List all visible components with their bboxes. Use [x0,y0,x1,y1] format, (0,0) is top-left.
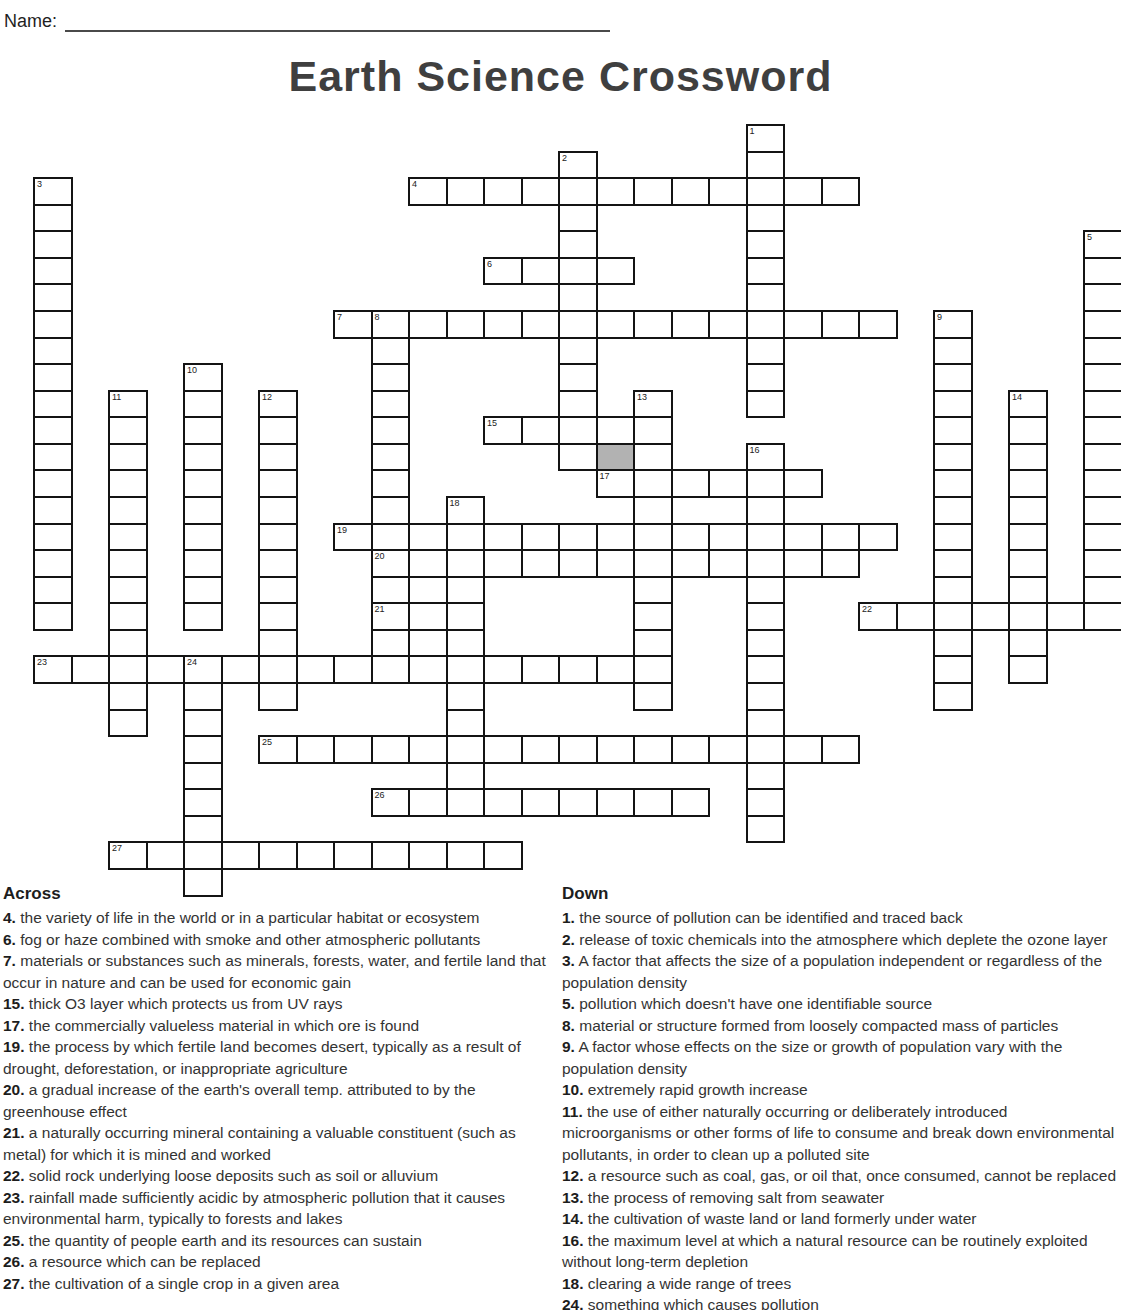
crossword-cell[interactable]: 21 [371,602,411,631]
crossword-cell[interactable] [746,523,786,552]
crossword-cell[interactable] [746,310,786,339]
crossword-cell[interactable] [821,735,861,764]
crossword-cell[interactable] [183,815,223,844]
crossword-cell[interactable] [146,655,186,684]
crossword-cell[interactable] [858,523,898,552]
crossword-cell[interactable] [108,682,148,711]
crossword-cell[interactable] [558,655,598,684]
crossword-cell[interactable]: 2 [558,151,598,180]
crossword-cell[interactable] [708,523,748,552]
crossword-cell[interactable] [596,416,636,445]
crossword-cell[interactable] [1008,523,1048,552]
crossword-cell[interactable] [1083,443,1121,472]
crossword-cell[interactable] [633,310,673,339]
crossword-cell[interactable] [521,788,561,817]
crossword-cell[interactable] [521,177,561,206]
cell-number: 11 [112,392,121,402]
crossword-cell[interactable] [33,576,73,605]
crossword-cell[interactable] [671,469,711,498]
crossword-cell[interactable] [633,602,673,631]
crossword-cell[interactable]: 14 [1008,390,1048,419]
crossword-cell[interactable]: 27 [108,841,148,870]
crossword-cell[interactable] [821,523,861,552]
crossword-cell[interactable] [446,310,486,339]
crossword-cell[interactable] [858,310,898,339]
crossword-cell[interactable] [258,416,298,445]
crossword-cell[interactable] [446,841,486,870]
crossword-cell[interactable]: 13 [633,390,673,419]
crossword-cell[interactable] [521,655,561,684]
crossword-cell[interactable] [746,602,786,631]
crossword-cell[interactable] [1083,496,1121,525]
crossword-cell[interactable] [183,443,223,472]
crossword-cell[interactable] [371,655,411,684]
crossword-cell[interactable] [446,709,486,738]
crossword-cell[interactable] [408,841,448,870]
crossword-cell[interactable] [183,416,223,445]
crossword-cell[interactable]: 16 [746,443,786,472]
crossword-cell[interactable] [558,788,598,817]
across-clue-7: 7. materials or substances such as miner… [3,950,560,993]
crossword-cell[interactable] [558,363,598,392]
crossword-cell[interactable] [1008,576,1048,605]
crossword-cell[interactable] [933,549,973,578]
crossword-cell[interactable] [33,337,73,366]
crossword-cell[interactable] [746,496,786,525]
cell-number: 7 [337,312,342,322]
crossword-cell[interactable] [333,655,373,684]
crossword-cell[interactable] [33,363,73,392]
crossword-cell[interactable] [183,735,223,764]
crossword-cell[interactable] [633,549,673,578]
crossword-cell[interactable] [558,523,598,552]
crossword-cell[interactable] [408,788,448,817]
cell-number: 20 [375,551,385,561]
crossword-cell[interactable] [933,655,973,684]
crossword-cell[interactable]: 1 [746,124,786,153]
crossword-cell[interactable] [746,629,786,658]
crossword-cell[interactable] [483,841,523,870]
crossword-cell[interactable] [746,576,786,605]
crossword-cell[interactable] [558,443,598,472]
crossword-cell[interactable] [33,283,73,312]
crossword-cell[interactable] [633,682,673,711]
crossword-cell[interactable] [483,177,523,206]
across-clue-27: 27. the cultivation of a single crop in … [3,1273,560,1295]
crossword-cell[interactable] [933,416,973,445]
crossword-cell[interactable] [371,469,411,498]
crossword-cell[interactable] [746,469,786,498]
crossword-cell[interactable] [596,257,636,286]
crossword-cell[interactable] [633,735,673,764]
crossword-cell[interactable] [1008,629,1048,658]
crossword-cell[interactable] [371,337,411,366]
crossword-cell[interactable] [558,549,598,578]
crossword-cell[interactable] [521,549,561,578]
crossword-cell[interactable] [446,549,486,578]
crossword-cell[interactable] [371,390,411,419]
crossword-cell[interactable] [108,443,148,472]
crossword-cell[interactable]: 24 [183,655,223,684]
crossword-cell[interactable] [446,177,486,206]
crossword-cell[interactable] [783,523,823,552]
crossword-cell[interactable] [1008,416,1048,445]
crossword-cell[interactable]: 12 [258,390,298,419]
crossword-cell[interactable] [671,788,711,817]
crossword-cell[interactable] [371,841,411,870]
crossword-cell[interactable] [483,788,523,817]
crossword-cell[interactable]: 17 [596,469,636,498]
crossword-cell[interactable]: 15 [483,416,523,445]
crossword-cell[interactable] [258,549,298,578]
crossword-cell[interactable] [371,363,411,392]
crossword-cell[interactable] [1046,602,1086,631]
crossword-cell[interactable] [746,283,786,312]
crossword-cell[interactable] [746,337,786,366]
crossword-cell[interactable] [708,310,748,339]
crossword-cell[interactable] [183,788,223,817]
crossword-cell[interactable]: 23 [33,655,73,684]
crossword-cell[interactable] [746,151,786,180]
crossword-cell[interactable] [258,576,298,605]
crossword-cell[interactable] [671,310,711,339]
crossword-cell[interactable] [933,682,973,711]
crossword-cell[interactable] [33,310,73,339]
crossword-cell[interactable] [746,549,786,578]
down-clue-3: 3. A factor that affects the size of a p… [562,950,1119,993]
crossword-cell[interactable] [408,735,448,764]
crossword-cell[interactable] [1008,443,1048,472]
crossword-cell[interactable] [33,390,73,419]
crossword-cell[interactable] [258,523,298,552]
crossword-cell[interactable] [933,523,973,552]
crossword-cell[interactable] [33,496,73,525]
crossword-cell[interactable] [633,629,673,658]
crossword-cell[interactable] [1008,602,1048,631]
crossword-cell[interactable] [558,337,598,366]
crossword-cell[interactable] [183,576,223,605]
crossword-cell[interactable] [596,735,636,764]
crossword-cell[interactable] [558,177,598,206]
crossword-cell[interactable] [1008,469,1048,498]
crossword-cell[interactable]: 7 [333,310,373,339]
crossword-cell[interactable] [258,469,298,498]
shaded-cell[interactable] [596,443,636,472]
crossword-cell[interactable] [371,629,411,658]
crossword-cell[interactable] [33,523,73,552]
crossword-cell[interactable] [1083,363,1121,392]
crossword-cell[interactable] [746,682,786,711]
crossword-cell[interactable] [596,549,636,578]
crossword-cell[interactable] [633,469,673,498]
crossword-cell[interactable] [1008,549,1048,578]
crossword-cell[interactable] [446,788,486,817]
crossword-cell[interactable] [821,310,861,339]
crossword-cell[interactable] [1008,655,1048,684]
crossword-cell[interactable] [71,655,111,684]
crossword-cell[interactable] [446,762,486,791]
crossword-cell[interactable] [371,735,411,764]
crossword-cell[interactable] [746,762,786,791]
crossword-cell[interactable] [633,496,673,525]
crossword-cell[interactable] [333,841,373,870]
crossword-cell[interactable] [1083,602,1121,631]
crossword-cell[interactable] [783,549,823,578]
crossword-cell[interactable] [746,390,786,419]
crossword-cell[interactable] [108,523,148,552]
crossword-cell[interactable] [183,496,223,525]
crossword-cell[interactable] [933,337,973,366]
crossword-cell[interactable] [671,735,711,764]
crossword-cell[interactable] [371,576,411,605]
crossword-cell[interactable] [558,283,598,312]
crossword-cell[interactable] [371,496,411,525]
crossword-cell[interactable] [521,310,561,339]
crossword-cell[interactable]: 9 [933,310,973,339]
crossword-cell[interactable] [633,788,673,817]
crossword-cell[interactable]: 18 [446,496,486,525]
crossword-cell[interactable] [1008,496,1048,525]
cell-number: 8 [375,312,380,322]
crossword-cell[interactable]: 8 [371,310,411,339]
crossword-cell[interactable] [408,602,448,631]
crossword-cell[interactable] [1083,283,1121,312]
crossword-cell[interactable] [933,602,973,631]
crossword-cell[interactable] [933,496,973,525]
crossword-cell[interactable] [483,523,523,552]
crossword-cell[interactable] [183,549,223,578]
crossword-cell[interactable] [33,443,73,472]
crossword-cell[interactable] [1083,310,1121,339]
crossword-cell[interactable]: 20 [371,549,411,578]
crossword-cell[interactable] [633,416,673,445]
crossword-cell[interactable] [1083,523,1121,552]
crossword-cell[interactable] [746,735,786,764]
crossword-cell[interactable] [446,655,486,684]
crossword-cell[interactable] [108,416,148,445]
crossword-cell[interactable] [708,177,748,206]
cell-number: 4 [412,179,417,189]
crossword-cell[interactable] [483,549,523,578]
crossword-cell[interactable] [746,363,786,392]
crossword-cell[interactable] [408,655,448,684]
crossword-cell[interactable] [558,735,598,764]
crossword-cell[interactable] [596,310,636,339]
crossword-cell[interactable]: 6 [483,257,523,286]
crossword-cell[interactable] [521,523,561,552]
crossword-cell[interactable] [671,177,711,206]
name-row: Name: [4,8,704,32]
crossword-cell[interactable] [558,310,598,339]
crossword-cell[interactable] [783,735,823,764]
crossword-cell[interactable] [408,523,448,552]
crossword-cell[interactable] [746,709,786,738]
crossword-cell[interactable] [521,257,561,286]
crossword-cell[interactable] [746,257,786,286]
crossword-cell[interactable] [108,576,148,605]
crossword-cell[interactable] [1083,337,1121,366]
crossword-cell[interactable] [258,841,298,870]
crossword-cell[interactable] [371,523,411,552]
crossword-cell[interactable] [1083,390,1121,419]
crossword-cell[interactable] [33,602,73,631]
crossword-cell[interactable] [596,655,636,684]
crossword-cell[interactable] [671,549,711,578]
crossword-cell[interactable] [258,602,298,631]
crossword-cell[interactable] [108,655,148,684]
crossword-cell[interactable] [258,443,298,472]
crossword-cell[interactable] [108,549,148,578]
down-clue-8: 8. material or structure formed from loo… [562,1015,1119,1037]
crossword-cell[interactable] [746,655,786,684]
crossword-cell[interactable] [596,523,636,552]
crossword-cell[interactable] [408,310,448,339]
crossword-cell[interactable] [483,735,523,764]
crossword-cell[interactable] [933,576,973,605]
cell-number: 23 [37,657,47,667]
name-field[interactable] [65,8,610,32]
crossword-cell[interactable] [108,629,148,658]
crossword-cell[interactable]: 5 [1083,230,1121,259]
crossword-cell[interactable] [108,602,148,631]
crossword-cell[interactable] [446,602,486,631]
page-title: Earth Science Crossword [0,52,1121,101]
crossword-cell[interactable] [183,682,223,711]
crossword-cell[interactable] [258,629,298,658]
crossword-cell[interactable] [1083,469,1121,498]
name-label: Name: [4,11,57,32]
crossword-cell[interactable] [671,523,711,552]
crossword-cell[interactable] [933,443,973,472]
crossword-cell[interactable] [633,655,673,684]
crossword-cell[interactable] [33,416,73,445]
crossword-cell[interactable] [33,469,73,498]
crossword-cell[interactable] [258,496,298,525]
crossword-cell[interactable] [183,390,223,419]
crossword-cell[interactable] [183,841,223,870]
across-clue-20: 20. a gradual increase of the earth's ov… [3,1079,560,1122]
crossword-cell[interactable] [821,177,861,206]
crossword-cell[interactable] [446,523,486,552]
crossword-cell[interactable] [971,602,1011,631]
crossword-cell[interactable] [446,682,486,711]
crossword-cell[interactable] [1083,416,1121,445]
crossword-cell[interactable]: 22 [858,602,898,631]
crossword-cell[interactable] [296,735,336,764]
crossword-cell[interactable] [933,629,973,658]
crossword-cell[interactable]: 25 [258,735,298,764]
crossword-cell[interactable] [371,443,411,472]
crossword-cell[interactable] [933,363,973,392]
crossword-cell[interactable] [596,788,636,817]
down-clue-13: 13. the process of removing salt from se… [562,1187,1119,1209]
crossword-cell[interactable] [221,841,261,870]
crossword-cell[interactable] [746,815,786,844]
crossword-cell[interactable] [746,204,786,233]
crossword-cell[interactable] [446,735,486,764]
crossword-cell[interactable] [108,496,148,525]
crossword-cell[interactable] [296,841,336,870]
crossword-cell[interactable] [821,549,861,578]
crossword-cell[interactable] [558,390,598,419]
crossword-cell[interactable] [183,709,223,738]
crossword-cell[interactable] [633,523,673,552]
crossword-cell[interactable]: 4 [408,177,448,206]
crossword-cell[interactable] [596,177,636,206]
crossword-cell[interactable] [521,735,561,764]
crossword-cell[interactable]: 11 [108,390,148,419]
crossword-cell[interactable] [483,655,523,684]
across-header: Across [3,884,560,904]
crossword-cell[interactable] [221,655,261,684]
crossword-cell[interactable] [33,257,73,286]
crossword-cell[interactable] [558,204,598,233]
crossword-cell[interactable] [783,310,823,339]
crossword-cell[interactable] [33,204,73,233]
crossword-cell[interactable]: 19 [333,523,373,552]
crossword-cell[interactable] [258,655,298,684]
crossword-cell[interactable] [746,177,786,206]
crossword-cell[interactable] [783,469,823,498]
crossword-cell[interactable] [1083,549,1121,578]
crossword-cell[interactable] [746,230,786,259]
crossword-cell[interactable] [746,788,786,817]
crossword-cell[interactable] [558,230,598,259]
crossword-cell[interactable] [1083,257,1121,286]
crossword-cell[interactable] [33,549,73,578]
crossword-cell[interactable]: 3 [33,177,73,206]
crossword-cell[interactable] [183,762,223,791]
crossword-cell[interactable] [708,549,748,578]
crossword-cell[interactable] [108,469,148,498]
crossword-cell[interactable] [633,443,673,472]
across-clues: Across 4. the variety of life in the wor… [3,884,560,1294]
crossword-cell[interactable] [296,655,336,684]
crossword-cell[interactable] [33,230,73,259]
crossword-cell[interactable] [783,177,823,206]
crossword-cell[interactable] [183,523,223,552]
crossword-cell[interactable] [1083,576,1121,605]
crossword-cell[interactable] [446,576,486,605]
across-clue-15: 15. thick O3 layer which protects us fro… [3,993,560,1015]
down-clue-18: 18. clearing a wide range of trees [562,1273,1119,1295]
crossword-cell[interactable] [258,682,298,711]
crossword-cell[interactable] [408,549,448,578]
crossword-cell[interactable] [333,735,373,764]
down-clue-5: 5. pollution which doesn't have one iden… [562,993,1119,1015]
crossword-cell[interactable] [146,841,186,870]
crossword-cell[interactable] [371,416,411,445]
crossword-cell[interactable] [108,709,148,738]
crossword-cell[interactable]: 10 [183,363,223,392]
crossword-cell[interactable] [521,416,561,445]
crossword-cell[interactable] [933,390,973,419]
crossword-cell[interactable] [633,576,673,605]
across-clue-6: 6. fog or haze combined with smoke and o… [3,929,560,951]
crossword-cell[interactable] [183,602,223,631]
crossword-cell[interactable] [483,310,523,339]
crossword-cell[interactable] [558,257,598,286]
crossword-cell[interactable] [708,735,748,764]
crossword-cell[interactable] [933,469,973,498]
crossword-cell[interactable] [183,469,223,498]
crossword-cell[interactable]: 26 [371,788,411,817]
crossword-cell[interactable] [633,177,673,206]
crossword-cell[interactable] [446,629,486,658]
crossword-cell[interactable] [558,416,598,445]
crossword-cell[interactable] [708,469,748,498]
crossword-cell[interactable] [896,602,936,631]
